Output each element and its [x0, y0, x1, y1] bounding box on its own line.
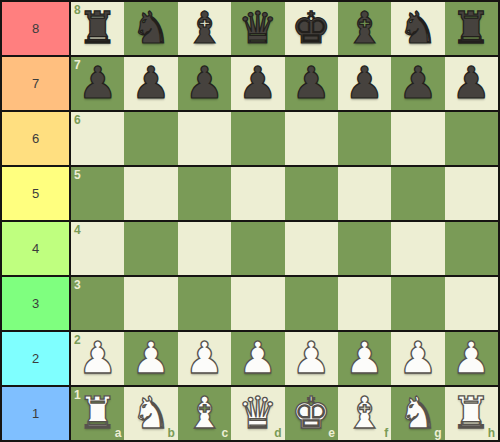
square-a3[interactable]: 3	[71, 277, 124, 330]
white-pawn-h2[interactable]: ♟	[452, 336, 491, 380]
square-f4[interactable]	[338, 222, 391, 275]
tier-row-label-6: 6	[2, 112, 71, 165]
black-queen-d8[interactable]: ♛	[238, 6, 277, 50]
square-c6[interactable]	[178, 112, 231, 165]
square-g5[interactable]	[391, 167, 444, 220]
square-f2[interactable]: ♟	[338, 332, 391, 385]
square-d6[interactable]	[231, 112, 284, 165]
tier-row-label-5: 5	[2, 167, 71, 220]
square-e6[interactable]	[285, 112, 338, 165]
square-a8[interactable]: 8♜	[71, 2, 124, 55]
square-f5[interactable]	[338, 167, 391, 220]
file-label-f: f	[384, 427, 388, 439]
black-pawn-b7[interactable]: ♟	[131, 61, 170, 105]
tier-row-label-3: 3	[2, 277, 71, 330]
tier-row-number: 1	[32, 406, 39, 421]
black-rook-h8[interactable]: ♜	[452, 6, 491, 50]
square-g2[interactable]: ♟	[391, 332, 444, 385]
white-pawn-e2[interactable]: ♟	[291, 336, 330, 380]
square-e7[interactable]: ♟	[285, 57, 338, 110]
chess-tier-board: 88♜♞♝♛♚♝♞♜77♟♟♟♟♟♟♟♟6655443322♟♟♟♟♟♟♟♟11…	[0, 0, 500, 442]
tier-row-number: 4	[32, 241, 39, 256]
rank-label-4: 4	[74, 224, 81, 236]
white-king-e1[interactable]: ♚	[291, 391, 330, 435]
white-pawn-d2[interactable]: ♟	[238, 336, 277, 380]
square-f7[interactable]: ♟	[338, 57, 391, 110]
tier-row-label-1: 1	[2, 387, 71, 440]
tier-row-label-4: 4	[2, 222, 71, 275]
square-b3[interactable]	[124, 277, 177, 330]
black-pawn-e7[interactable]: ♟	[291, 61, 330, 105]
square-d1[interactable]: d♛	[231, 387, 284, 440]
square-d2[interactable]: ♟	[231, 332, 284, 385]
square-c5[interactable]	[178, 167, 231, 220]
rank-label-6: 6	[74, 114, 81, 126]
square-d4[interactable]	[231, 222, 284, 275]
white-knight-g1[interactable]: ♞	[398, 391, 437, 435]
rank-label-5: 5	[74, 169, 81, 181]
black-pawn-h7[interactable]: ♟	[452, 61, 491, 105]
tier-row-number: 5	[32, 186, 39, 201]
square-b6[interactable]	[124, 112, 177, 165]
square-h2[interactable]: ♟	[445, 332, 498, 385]
square-d7[interactable]: ♟	[231, 57, 284, 110]
white-knight-b1[interactable]: ♞	[131, 391, 170, 435]
square-g3[interactable]	[391, 277, 444, 330]
white-pawn-a2[interactable]: ♟	[78, 336, 117, 380]
rank-label-3: 3	[74, 279, 81, 291]
square-c8[interactable]: ♝	[178, 2, 231, 55]
black-pawn-d7[interactable]: ♟	[238, 61, 277, 105]
square-e4[interactable]	[285, 222, 338, 275]
square-b5[interactable]	[124, 167, 177, 220]
square-c2[interactable]: ♟	[178, 332, 231, 385]
tier-row-label-7: 7	[2, 57, 71, 110]
black-pawn-c7[interactable]: ♟	[185, 61, 224, 105]
square-g8[interactable]: ♞	[391, 2, 444, 55]
tier-row-number: 8	[32, 21, 39, 36]
white-queen-d1[interactable]: ♛	[238, 391, 277, 435]
black-knight-g8[interactable]: ♞	[398, 6, 437, 50]
square-h8[interactable]: ♜	[445, 2, 498, 55]
white-pawn-g2[interactable]: ♟	[398, 336, 437, 380]
tier-row-label-8: 8	[2, 2, 71, 55]
square-e8[interactable]: ♚	[285, 2, 338, 55]
square-c7[interactable]: ♟	[178, 57, 231, 110]
square-h7[interactable]: ♟	[445, 57, 498, 110]
square-b7[interactable]: ♟	[124, 57, 177, 110]
square-b8[interactable]: ♞	[124, 2, 177, 55]
white-bishop-c1[interactable]: ♝	[185, 391, 224, 435]
tier-row-number: 7	[32, 76, 39, 91]
black-bishop-c8[interactable]: ♝	[185, 6, 224, 50]
square-a5[interactable]: 5	[71, 167, 124, 220]
square-f3[interactable]	[338, 277, 391, 330]
square-h6[interactable]	[445, 112, 498, 165]
square-c1[interactable]: c♝	[178, 387, 231, 440]
square-e2[interactable]: ♟	[285, 332, 338, 385]
square-a6[interactable]: 6	[71, 112, 124, 165]
square-a7[interactable]: 7♟	[71, 57, 124, 110]
tier-row-number: 3	[32, 296, 39, 311]
black-knight-b8[interactable]: ♞	[131, 6, 170, 50]
black-bishop-f8[interactable]: ♝	[345, 6, 384, 50]
square-c4[interactable]	[178, 222, 231, 275]
white-pawn-c2[interactable]: ♟	[185, 336, 224, 380]
black-pawn-a7[interactable]: ♟	[78, 61, 117, 105]
square-c3[interactable]	[178, 277, 231, 330]
white-rook-h1[interactable]: ♜	[452, 391, 491, 435]
square-h3[interactable]	[445, 277, 498, 330]
black-rook-a8[interactable]: ♜	[78, 6, 117, 50]
black-pawn-f7[interactable]: ♟	[345, 61, 384, 105]
white-bishop-f1[interactable]: ♝	[345, 391, 384, 435]
square-g7[interactable]: ♟	[391, 57, 444, 110]
white-pawn-b2[interactable]: ♟	[131, 336, 170, 380]
square-d5[interactable]	[231, 167, 284, 220]
square-a1[interactable]: 1a♜	[71, 387, 124, 440]
square-h1[interactable]: h♜	[445, 387, 498, 440]
square-g4[interactable]	[391, 222, 444, 275]
square-b4[interactable]	[124, 222, 177, 275]
square-e5[interactable]	[285, 167, 338, 220]
square-g1[interactable]: g♞	[391, 387, 444, 440]
square-d3[interactable]	[231, 277, 284, 330]
tier-row-number: 2	[32, 351, 39, 366]
square-e3[interactable]	[285, 277, 338, 330]
square-e1[interactable]: e♚	[285, 387, 338, 440]
square-d8[interactable]: ♛	[231, 2, 284, 55]
square-h5[interactable]	[445, 167, 498, 220]
square-f6[interactable]	[338, 112, 391, 165]
square-f8[interactable]: ♝	[338, 2, 391, 55]
tier-row-number: 6	[32, 131, 39, 146]
square-h4[interactable]	[445, 222, 498, 275]
square-f1[interactable]: f♝	[338, 387, 391, 440]
square-g6[interactable]	[391, 112, 444, 165]
board-grid: 88♜♞♝♛♚♝♞♜77♟♟♟♟♟♟♟♟6655443322♟♟♟♟♟♟♟♟11…	[2, 2, 498, 440]
square-a2[interactable]: 2♟	[71, 332, 124, 385]
square-b2[interactable]: ♟	[124, 332, 177, 385]
tier-row-label-2: 2	[2, 332, 71, 385]
square-a4[interactable]: 4	[71, 222, 124, 275]
square-b1[interactable]: b♞	[124, 387, 177, 440]
white-pawn-f2[interactable]: ♟	[345, 336, 384, 380]
black-pawn-g7[interactable]: ♟	[398, 61, 437, 105]
white-rook-a1[interactable]: ♜	[78, 391, 117, 435]
black-king-e8[interactable]: ♚	[291, 6, 330, 50]
